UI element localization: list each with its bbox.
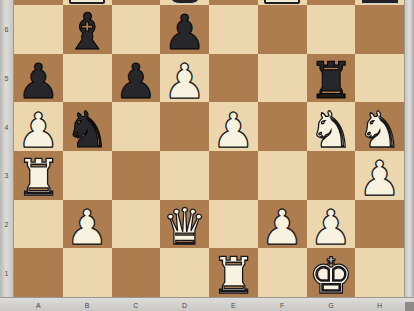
rank-label-3: 3: [0, 172, 13, 179]
piece-white-pawn[interactable]: ♟: [17, 106, 60, 154]
square-a3[interactable]: ♜: [14, 151, 63, 200]
square-g5[interactable]: ♜: [307, 54, 356, 103]
square-e3[interactable]: [209, 151, 258, 200]
file-labels-strip: ABCDEFGH: [0, 297, 414, 311]
piece-black-rook[interactable]: ♜: [308, 56, 353, 106]
square-f3[interactable]: [258, 151, 307, 200]
rank-label-6: 6: [0, 26, 13, 33]
square-h4[interactable]: ♞: [355, 102, 404, 151]
file-label-d: D: [182, 301, 187, 308]
chess-board: ♝♟♟♟♟♜♟♞♟♞♞♜♟♟♛♟♟♜♚: [14, 0, 404, 297]
right-border-strip: [404, 0, 414, 297]
square-f6[interactable]: [258, 5, 307, 54]
piece-white-rook[interactable]: ♜: [16, 153, 61, 203]
file-label-e: E: [231, 301, 236, 308]
piece-white-pawn[interactable]: ♟: [309, 203, 352, 251]
square-a6[interactable]: [14, 5, 63, 54]
piece-white-queen[interactable]: ♛: [162, 202, 207, 252]
piece-black-pawn[interactable]: ♟: [114, 57, 157, 105]
piece-white-king[interactable]: ♚: [308, 251, 353, 297]
square-b6[interactable]: ♝: [63, 5, 112, 54]
square-d2[interactable]: ♛: [160, 200, 209, 249]
border-corner: [405, 302, 414, 311]
file-label-g: G: [328, 301, 333, 308]
square-g1[interactable]: ♚: [307, 248, 356, 297]
square-c4[interactable]: [112, 102, 161, 151]
square-b1[interactable]: [63, 248, 112, 297]
square-f5[interactable]: [258, 54, 307, 103]
square-a2[interactable]: [14, 200, 63, 249]
square-b3[interactable]: [63, 151, 112, 200]
rank-label-2: 2: [0, 221, 13, 228]
square-h2[interactable]: [355, 200, 404, 249]
square-f4[interactable]: [258, 102, 307, 151]
square-b4[interactable]: ♞: [63, 102, 112, 151]
rank-label-5: 5: [0, 75, 13, 82]
piece-white-knight[interactable]: ♞: [308, 105, 353, 155]
square-f1[interactable]: [258, 248, 307, 297]
square-c3[interactable]: [112, 151, 161, 200]
piece-white-pawn[interactable]: ♟: [261, 203, 304, 251]
partial-piece-black-rook[interactable]: [362, 0, 398, 4]
file-label-b: B: [85, 301, 90, 308]
piece-white-pawn[interactable]: ♟: [66, 203, 109, 251]
square-c5[interactable]: ♟: [112, 54, 161, 103]
square-a4[interactable]: ♟: [14, 102, 63, 151]
square-e1[interactable]: ♜: [209, 248, 258, 297]
file-label-a: A: [36, 301, 41, 308]
square-g3[interactable]: [307, 151, 356, 200]
square-g4[interactable]: ♞: [307, 102, 356, 151]
piece-white-pawn[interactable]: ♟: [358, 154, 401, 202]
square-d3[interactable]: [160, 151, 209, 200]
file-label-f: F: [280, 301, 284, 308]
piece-white-knight[interactable]: ♞: [357, 105, 402, 155]
square-e2[interactable]: [209, 200, 258, 249]
partial-piece-white-bishop[interactable]: [264, 0, 300, 4]
chess-app-window: ♝♟♟♟♟♜♟♞♟♞♞♜♟♟♛♟♟♜♚ 654321 ABCDEFGH: [0, 0, 414, 311]
square-h1[interactable]: [355, 248, 404, 297]
square-h6[interactable]: [355, 5, 404, 54]
square-d5[interactable]: ♟: [160, 54, 209, 103]
rank-label-4: 4: [0, 123, 13, 130]
square-c6[interactable]: [112, 5, 161, 54]
file-label-c: C: [133, 301, 138, 308]
square-b5[interactable]: [63, 54, 112, 103]
square-c1[interactable]: [112, 248, 161, 297]
rank-labels-strip: 654321: [0, 0, 14, 297]
piece-black-pawn[interactable]: ♟: [163, 8, 206, 56]
square-a5[interactable]: ♟: [14, 54, 63, 103]
piece-black-pawn[interactable]: ♟: [17, 57, 60, 105]
piece-black-knight[interactable]: ♞: [65, 105, 110, 155]
square-e6[interactable]: [209, 5, 258, 54]
square-e5[interactable]: [209, 54, 258, 103]
square-b2[interactable]: ♟: [63, 200, 112, 249]
board-grid: ♝♟♟♟♟♜♟♞♟♞♞♜♟♟♛♟♟♜♚: [14, 0, 404, 297]
square-a1[interactable]: [14, 248, 63, 297]
piece-black-bishop[interactable]: ♝: [65, 7, 110, 57]
square-d1[interactable]: [160, 248, 209, 297]
square-g6[interactable]: [307, 5, 356, 54]
square-g2[interactable]: ♟: [307, 200, 356, 249]
file-label-h: H: [377, 301, 382, 308]
square-c2[interactable]: [112, 200, 161, 249]
piece-white-pawn[interactable]: ♟: [163, 57, 206, 105]
square-h3[interactable]: ♟: [355, 151, 404, 200]
square-d4[interactable]: [160, 102, 209, 151]
rank-label-1: 1: [0, 269, 13, 276]
square-h5[interactable]: [355, 54, 404, 103]
square-f2[interactable]: ♟: [258, 200, 307, 249]
piece-white-pawn[interactable]: ♟: [212, 106, 255, 154]
square-e4[interactable]: ♟: [209, 102, 258, 151]
piece-white-rook[interactable]: ♜: [211, 251, 256, 297]
square-d6[interactable]: ♟: [160, 5, 209, 54]
